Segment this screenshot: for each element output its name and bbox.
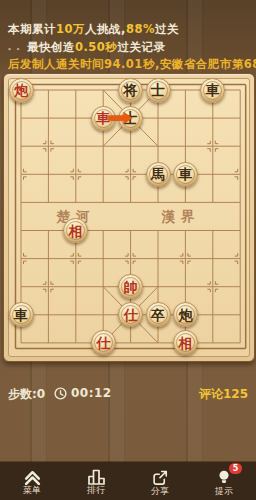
stat-pass-rate: 88%	[126, 22, 155, 36]
piece-black[interactable]: 車	[173, 162, 198, 187]
bar-chart-icon	[87, 469, 106, 485]
pass-record-ticker: 后发制人通关时间94.01秒,安徽省合肥市第682	[8, 57, 256, 72]
stat-text: 本期累计	[8, 22, 56, 36]
stat-text: 最快创造	[27, 40, 75, 54]
nav-hint-button[interactable]: 5 提示	[192, 462, 256, 500]
piece-black[interactable]: 士	[118, 106, 143, 131]
challenge-stats-line: 本期累计10万人挑战,88%过关	[8, 22, 179, 37]
ticker-dots: 。。	[8, 42, 25, 51]
nav-share-button[interactable]: 分享	[128, 462, 192, 500]
stat-participants: 10万	[56, 22, 85, 36]
nav-ranking-label: 排行	[87, 486, 105, 495]
xiangqi-app-screen: 本期累计10万人挑战,88%过关 。。最快创造0.50秒过关记录 后发制人通关时…	[0, 0, 256, 500]
piece-black[interactable]: 車	[200, 78, 225, 103]
stat-text: 人挑战,	[85, 22, 126, 36]
piece-red[interactable]: 仕	[91, 330, 116, 355]
comments-link[interactable]: 评论125	[199, 386, 248, 403]
piece-black[interactable]: 士	[146, 78, 171, 103]
piece-black[interactable]: 車	[9, 302, 34, 327]
nav-menu-button[interactable]: 菜单	[0, 462, 64, 500]
status-bar: 步数:0 00:12 评论125	[0, 384, 256, 404]
stat-text: 过关	[155, 22, 179, 36]
piece-red[interactable]: 車	[91, 106, 116, 131]
double-chevron-up-icon	[23, 470, 42, 485]
elapsed-time: 00:12	[71, 386, 112, 400]
clock-icon	[54, 387, 67, 400]
nav-menu-label: 菜单	[23, 486, 41, 495]
nav-hint-label-3: 分享	[151, 487, 169, 496]
move-counter: 步数:0	[8, 386, 45, 403]
hint-count-badge: 5	[229, 463, 242, 474]
record-stats-line: 。。最快创造0.50秒过关记录	[8, 40, 165, 55]
nav-ranking-button[interactable]: 排行	[64, 462, 128, 500]
piece-black[interactable]: 馬	[146, 162, 171, 187]
piece-red[interactable]: 炮	[9, 78, 34, 103]
stat-fastest-time: 0.50秒	[75, 40, 117, 54]
piece-black[interactable]: 卒	[146, 302, 171, 327]
stat-text: 过关记录	[117, 40, 165, 54]
piece-black[interactable]: 将	[118, 78, 143, 103]
river-label-right: 漢界	[162, 208, 201, 226]
xiangqi-board[interactable]: 楚河 漢界 炮将士車車士馬車相帥車仕卒炮仕相	[3, 73, 255, 362]
nav-hint-label: 提示	[215, 487, 233, 496]
share-icon	[151, 469, 169, 486]
bottom-nav: 菜单 排行 分享	[0, 462, 256, 500]
